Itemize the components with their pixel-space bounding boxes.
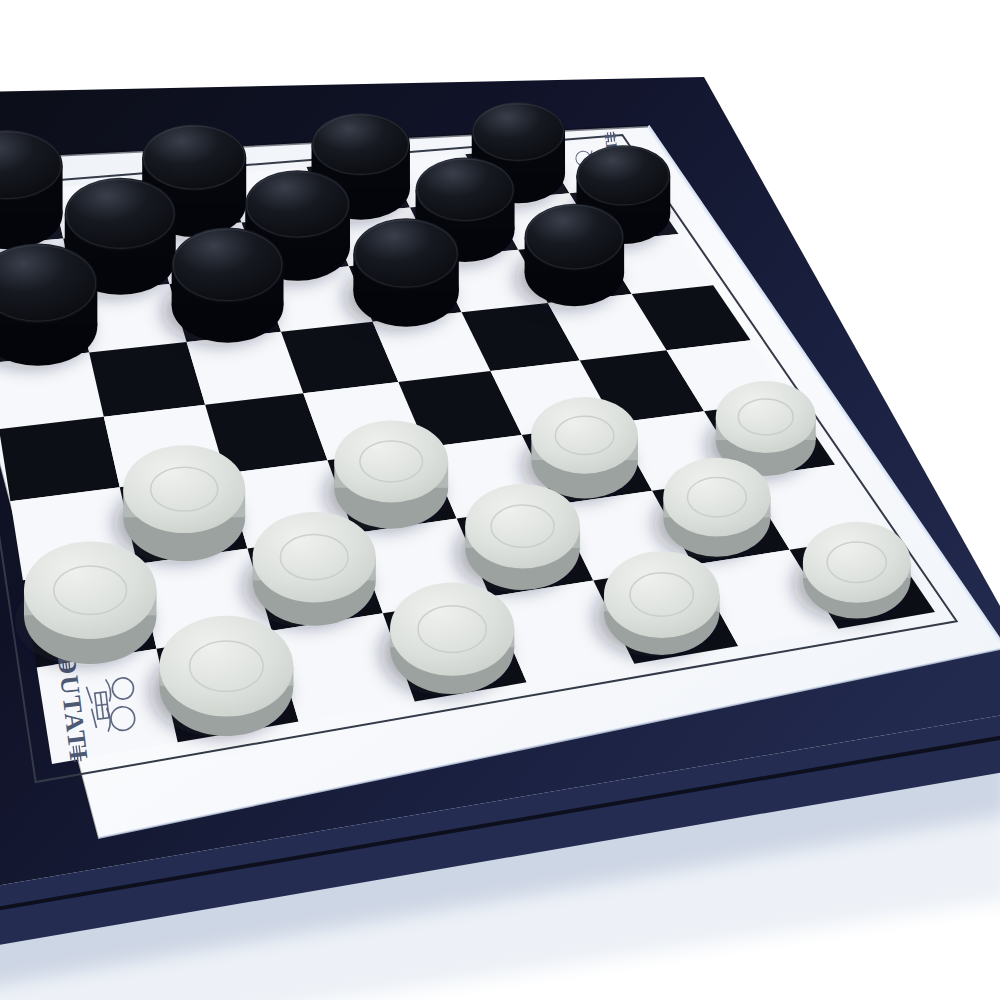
white-piece xyxy=(803,522,911,619)
white-piece xyxy=(465,484,580,590)
white-piece xyxy=(253,512,376,626)
white-piece xyxy=(123,445,245,561)
black-piece xyxy=(0,130,63,249)
white-piece xyxy=(604,551,720,655)
black-piece xyxy=(525,204,624,306)
white-piece xyxy=(531,397,638,498)
white-piece xyxy=(390,582,514,694)
black-piece xyxy=(0,243,97,365)
white-piece xyxy=(24,542,156,664)
black-piece xyxy=(172,228,284,343)
white-piece xyxy=(663,458,770,557)
white-piece xyxy=(159,616,293,736)
checkers-photo: DUTATIDUTATI xyxy=(0,0,1000,1000)
square-r5c1 xyxy=(0,417,120,501)
black-piece xyxy=(353,218,458,327)
white-piece xyxy=(334,420,448,528)
square-r4c2 xyxy=(89,342,205,417)
checkers-board-scene: DUTATIDUTATI xyxy=(0,0,1000,1000)
